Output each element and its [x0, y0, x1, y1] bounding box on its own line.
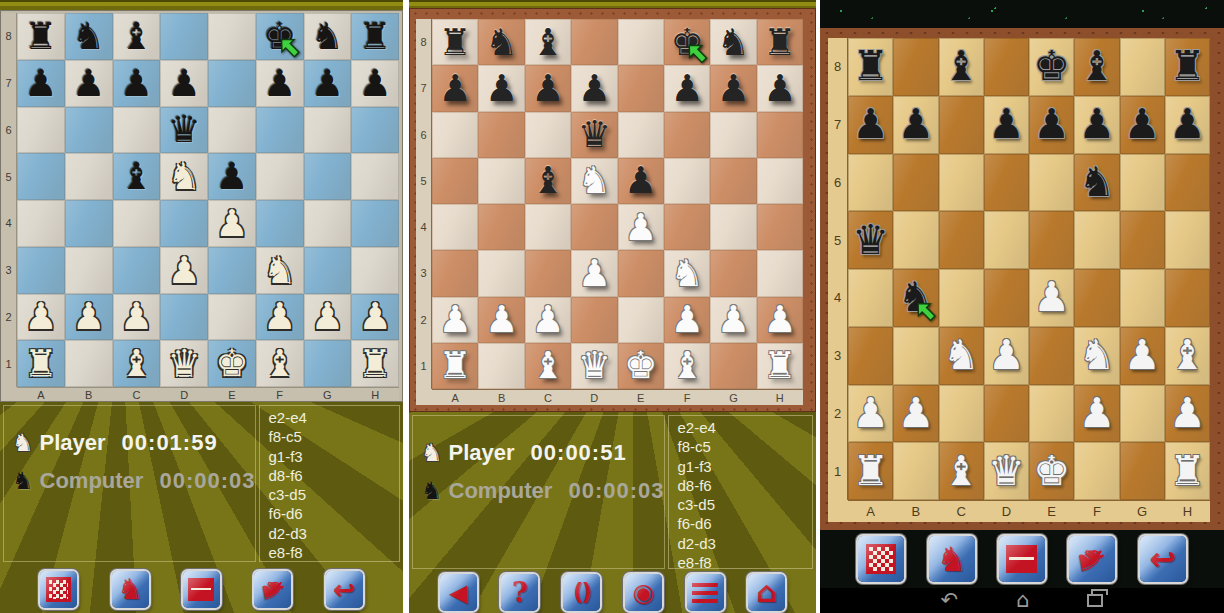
black-king-piece: ♚	[670, 24, 703, 61]
square-c2[interactable]: ♟	[525, 297, 571, 343]
rank-label: 1	[1, 340, 17, 387]
square-e5[interactable]	[1029, 211, 1074, 269]
takeback-icon: ↩	[333, 576, 356, 603]
hint-knight-button[interactable]: ♞	[254, 571, 291, 608]
square-b7[interactable]: ♟	[478, 65, 524, 111]
white-pawn-piece: ♟	[359, 298, 392, 335]
square-c6[interactable]	[113, 107, 161, 154]
black-pawn-piece: ♟	[1033, 104, 1070, 145]
nav-recents-button[interactable]	[1087, 594, 1103, 607]
square-g2[interactable]: ♟	[304, 294, 352, 341]
square-e4[interactable]: ♟	[618, 204, 664, 250]
chess-board-frame: 8♜♞♝♚♞♜7♟♟♟♟♟♟♟6♛5♝♞♟4♟3♟♞2♟♟♟♟♟♟1♜♝♛♚♝♜…	[409, 8, 816, 412]
square-a5[interactable]	[17, 153, 65, 200]
move-entry: d8-f6	[268, 466, 391, 485]
square-g5[interactable]	[1120, 211, 1165, 269]
black-pawn-piece: ♟	[531, 70, 564, 107]
square-d3[interactable]: ♟	[160, 247, 208, 294]
square-f2[interactable]: ♟	[664, 297, 710, 343]
file-label: B	[893, 500, 938, 522]
square-a7[interactable]: ♟	[17, 60, 65, 107]
screenshot-collage: 8♜♞♝♚♞♜7♟♟♟♟♟♟♟6♛5♝♞♟4♟3♟♞2♟♟♟♟♟♟1♜♝♛♚♝♜…	[0, 0, 1224, 613]
square-g7[interactable]: ♟	[710, 65, 756, 111]
file-label: F	[664, 389, 710, 405]
square-f1[interactable]: ♝	[664, 343, 710, 389]
white-pawn-piece: ♟	[624, 209, 657, 246]
square-e3[interactable]	[618, 250, 664, 296]
square-c5[interactable]	[939, 211, 984, 269]
square-f8[interactable]: ♝	[1074, 38, 1119, 96]
square-h6[interactable]	[1165, 154, 1210, 212]
black-rook-piece: ♜	[24, 18, 57, 55]
square-b4[interactable]	[478, 204, 524, 250]
square-f7[interactable]: ♟	[1074, 96, 1119, 154]
square-g6[interactable]	[710, 112, 756, 158]
square-d1[interactable]: ♛	[984, 442, 1029, 500]
square-c3[interactable]	[113, 247, 161, 294]
square-f3[interactable]: ♞	[256, 247, 304, 294]
square-f1[interactable]: ♝	[256, 340, 304, 387]
square-a7[interactable]: ♟	[848, 96, 893, 154]
square-c1[interactable]: ♝	[525, 343, 571, 389]
square-b8[interactable]: ♞	[65, 13, 113, 60]
square-e3[interactable]	[1029, 327, 1074, 385]
game-info-area: ♞ Player 00:00:51 ♞ Computer 00:00:03 e2…	[409, 412, 816, 613]
board-corner	[828, 500, 848, 522]
black-queen-piece: ♛	[852, 220, 889, 261]
square-h3[interactable]: ♝	[1165, 327, 1210, 385]
black-knight-piece: ♞	[897, 277, 934, 318]
square-d2[interactable]	[160, 294, 208, 341]
square-d4[interactable]	[160, 200, 208, 247]
black-pawn-piece: ♟	[439, 70, 472, 107]
white-pawn-piece: ♟	[311, 298, 344, 335]
move-entry: f8-c5	[677, 437, 804, 456]
black-bishop-piece: ♝	[1078, 46, 1115, 87]
nav-back-button[interactable]: ↶	[941, 590, 959, 611]
split-board-button[interactable]	[999, 536, 1045, 582]
square-e6[interactable]	[618, 112, 664, 158]
move-entry: c3-d5	[677, 495, 804, 514]
square-a8[interactable]: ♜	[848, 38, 893, 96]
black-knight-piece: ♞	[1078, 162, 1115, 203]
square-f5[interactable]	[256, 153, 304, 200]
square-c3[interactable]: ♞	[939, 327, 984, 385]
square-c4[interactable]	[113, 200, 161, 247]
square-a3[interactable]	[17, 247, 65, 294]
knight-piece-button[interactable]: ♞	[929, 536, 975, 582]
square-g5[interactable]	[304, 153, 352, 200]
square-b8[interactable]: ♞	[478, 19, 524, 65]
square-d7[interactable]: ♟	[571, 65, 617, 111]
file-label: D	[160, 387, 208, 401]
square-a3[interactable]	[848, 327, 893, 385]
square-b1[interactable]	[478, 343, 524, 389]
square-e7[interactable]	[618, 65, 664, 111]
square-g2[interactable]: ♟	[710, 297, 756, 343]
square-g1[interactable]	[1120, 442, 1165, 500]
move-entry: g1-f3	[677, 457, 804, 476]
back-button[interactable]: ◀	[440, 574, 477, 611]
square-e1[interactable]: ♚	[618, 343, 664, 389]
square-f4[interactable]	[1074, 269, 1119, 327]
square-g8[interactable]: ♞	[710, 19, 756, 65]
square-a6[interactable]	[432, 112, 478, 158]
square-b6[interactable]	[893, 154, 938, 212]
player-clock: 00:01:59	[122, 430, 218, 456]
square-c7[interactable]: ♟	[113, 60, 161, 107]
file-label: F	[1074, 500, 1119, 522]
square-d5[interactable]: ♞	[160, 153, 208, 200]
square-h2[interactable]: ♟	[351, 294, 399, 341]
rank-label: 3	[828, 327, 848, 385]
square-d7[interactable]: ♟	[984, 96, 1029, 154]
square-h2[interactable]: ♟	[757, 297, 803, 343]
square-e1[interactable]: ♚	[208, 340, 256, 387]
nav-home-icon: ⌂	[1016, 590, 1029, 611]
square-e2[interactable]	[1029, 385, 1074, 443]
hint-knight-icon: ♞	[1073, 541, 1113, 578]
square-d4[interactable]	[571, 204, 617, 250]
square-b8[interactable]	[893, 38, 938, 96]
square-d5[interactable]: ♞	[571, 158, 617, 204]
square-h6[interactable]	[351, 107, 399, 154]
home-button[interactable]: ⌂	[748, 574, 785, 611]
square-e8[interactable]: ♚	[1029, 38, 1074, 96]
white-rook-piece: ♜	[439, 347, 472, 384]
computer-clock-row: ♞ Computer 00:00:03	[12, 468, 255, 494]
square-b6[interactable]	[65, 107, 113, 154]
square-f4[interactable]	[256, 200, 304, 247]
square-e4[interactable]: ♟	[1029, 269, 1074, 327]
square-a8[interactable]: ♜	[17, 13, 65, 60]
square-b1[interactable]	[65, 340, 113, 387]
square-d8[interactable]	[984, 38, 1029, 96]
square-d1[interactable]: ♛	[160, 340, 208, 387]
square-h5[interactable]	[1165, 211, 1210, 269]
computer-name: Computer	[40, 468, 144, 494]
rank-label: 5	[1, 153, 17, 200]
file-label: G	[1120, 500, 1165, 522]
square-c4[interactable]	[939, 269, 984, 327]
file-label: G	[710, 389, 756, 405]
square-h8[interactable]: ♜	[757, 19, 803, 65]
black-bishop-piece: ♝	[531, 24, 564, 61]
square-h3[interactable]	[351, 247, 399, 294]
status-strip	[0, 0, 403, 10]
file-label: D	[571, 389, 617, 405]
square-d1[interactable]: ♛	[571, 343, 617, 389]
black-pawn-piece: ♟	[72, 65, 105, 102]
square-f1[interactable]	[1074, 442, 1119, 500]
square-h3[interactable]	[757, 250, 803, 296]
square-g3[interactable]	[304, 247, 352, 294]
square-g7[interactable]: ♟	[304, 60, 352, 107]
hint-knight-button[interactable]: ♞	[1069, 536, 1115, 582]
square-h7[interactable]: ♟	[1165, 96, 1210, 154]
square-f6[interactable]	[256, 107, 304, 154]
white-pawn-piece: ♟	[1169, 393, 1206, 434]
split-board-button[interactable]	[183, 571, 220, 608]
square-g6[interactable]	[304, 107, 352, 154]
square-a1[interactable]: ♜	[17, 340, 65, 387]
knight-piece-icon: ♞	[936, 542, 966, 576]
board-grid-button[interactable]	[858, 536, 904, 582]
move-entry: d8-f6	[677, 476, 804, 495]
square-b2[interactable]: ♟	[893, 385, 938, 443]
square-f7[interactable]: ♟	[256, 60, 304, 107]
chess-board-frame: 8♜♞♝♚♞♜7♟♟♟♟♟♟♟6♛5♝♞♟4♟3♟♞2♟♟♟♟♟♟1♜♝♛♚♝♜…	[0, 10, 403, 402]
square-a6[interactable]	[17, 107, 65, 154]
square-g1[interactable]	[710, 343, 756, 389]
square-h6[interactable]	[757, 112, 803, 158]
white-pawn-piece: ♟	[670, 301, 703, 338]
rank-label: 1	[416, 343, 432, 389]
black-knight-piece: ♞	[717, 24, 750, 61]
square-a2[interactable]: ♟	[17, 294, 65, 341]
square-a5[interactable]: ♛	[848, 211, 893, 269]
move-entry: d2-d3	[268, 524, 391, 543]
square-e8[interactable]	[208, 13, 256, 60]
question-button[interactable]: ?	[501, 574, 538, 611]
square-c2[interactable]	[939, 385, 984, 443]
square-a4[interactable]	[432, 204, 478, 250]
square-e6[interactable]	[1029, 154, 1074, 212]
square-g4[interactable]	[710, 204, 756, 250]
black-pawn-piece: ♟	[1078, 104, 1115, 145]
square-h8[interactable]: ♜	[1165, 38, 1210, 96]
square-e8[interactable]	[618, 19, 664, 65]
square-f5[interactable]	[1074, 211, 1119, 269]
square-d5[interactable]	[984, 211, 1029, 269]
square-b7[interactable]: ♟	[65, 60, 113, 107]
square-g3[interactable]: ♟	[1120, 327, 1165, 385]
black-king-piece: ♚	[1033, 46, 1070, 87]
square-e6[interactable]	[208, 107, 256, 154]
back-icon: ◀	[449, 581, 467, 605]
square-a2[interactable]: ♟	[848, 385, 893, 443]
square-a1[interactable]: ♜	[848, 442, 893, 500]
square-e7[interactable]	[208, 60, 256, 107]
android-navbar: ↶⌂	[820, 588, 1224, 613]
square-e3[interactable]	[208, 247, 256, 294]
square-f2[interactable]: ♟	[256, 294, 304, 341]
square-c2[interactable]: ♟	[113, 294, 161, 341]
square-b1[interactable]	[893, 442, 938, 500]
rank-label: 7	[1, 60, 17, 107]
square-c1[interactable]: ♝	[113, 340, 161, 387]
square-g6[interactable]	[1120, 154, 1165, 212]
square-b5[interactable]	[478, 158, 524, 204]
square-f2[interactable]: ♟	[1074, 385, 1119, 443]
black-pawn-piece: ♟	[852, 104, 889, 145]
square-e2[interactable]	[208, 294, 256, 341]
square-h1[interactable]: ♜	[757, 343, 803, 389]
nav-home-button[interactable]: ⌂	[1016, 590, 1029, 611]
square-c1[interactable]: ♝	[939, 442, 984, 500]
square-d6[interactable]: ♛	[571, 112, 617, 158]
square-b6[interactable]	[478, 112, 524, 158]
square-g1[interactable]	[304, 340, 352, 387]
black-rook-piece: ♜	[763, 24, 796, 61]
square-h1[interactable]: ♜	[351, 340, 399, 387]
white-pawn-piece: ♟	[215, 205, 248, 242]
square-h4[interactable]	[351, 200, 399, 247]
square-a6[interactable]	[848, 154, 893, 212]
square-h5[interactable]	[351, 153, 399, 200]
player-clock-row: ♞ Player 00:00:51	[421, 440, 664, 466]
file-label: F	[256, 387, 304, 401]
white-king-piece: ♚	[215, 345, 248, 382]
takeback-button[interactable]: ↩	[326, 571, 363, 608]
square-c5[interactable]: ♝	[525, 158, 571, 204]
square-d6[interactable]: ♛	[160, 107, 208, 154]
black-bishop-piece: ♝	[943, 46, 980, 87]
square-b5[interactable]	[893, 211, 938, 269]
square-a2[interactable]: ♟	[432, 297, 478, 343]
move-entry: f6-d6	[677, 514, 804, 533]
white-knight-piece: ♞	[168, 158, 201, 195]
square-f6[interactable]: ♞	[1074, 154, 1119, 212]
square-d4[interactable]	[984, 269, 1029, 327]
move-list[interactable]: e2-e4f8-c5g1-f3d8-f6c3-d5f6-d6d2-d3e8-f8	[259, 405, 400, 562]
square-h5[interactable]	[757, 158, 803, 204]
rank-label: 4	[1, 200, 17, 247]
square-d8[interactable]	[160, 13, 208, 60]
square-b5[interactable]	[65, 153, 113, 200]
square-h2[interactable]: ♟	[1165, 385, 1210, 443]
square-f5[interactable]	[664, 158, 710, 204]
square-d7[interactable]: ♟	[160, 60, 208, 107]
takeback-button[interactable]: ↩	[1140, 536, 1186, 582]
panel-middle-orange-theme: 8♜♞♝♚♞♜7♟♟♟♟♟♟♟6♛5♝♞♟4♟3♟♞2♟♟♟♟♟♟1♜♝♛♚♝♜…	[409, 0, 816, 613]
square-g8[interactable]: ♞	[304, 13, 352, 60]
white-pawn-piece: ♟	[717, 301, 750, 338]
square-e4[interactable]: ♟	[208, 200, 256, 247]
file-label: C	[525, 389, 571, 405]
square-h4[interactable]	[1165, 269, 1210, 327]
square-a7[interactable]: ♟	[432, 65, 478, 111]
white-pawn-piece: ♟	[531, 301, 564, 338]
square-d2[interactable]	[984, 385, 1029, 443]
square-d8[interactable]	[571, 19, 617, 65]
knight-piece-icon: ♞	[117, 575, 143, 604]
square-e7[interactable]: ♟	[1029, 96, 1074, 154]
rank-label: 6	[828, 154, 848, 212]
square-b2[interactable]: ♟	[65, 294, 113, 341]
square-h1[interactable]: ♜	[1165, 442, 1210, 500]
chess-board-frame: 8♜♝♚♝♜7♟♟♟♟♟♟♟6♞5♛4♞♟3♞♟♞♟♝2♟♟♟♟1♜♝♛♚♜AB…	[820, 28, 1224, 530]
square-c7[interactable]	[939, 96, 984, 154]
square-c6[interactable]	[525, 112, 571, 158]
square-h8[interactable]: ♜	[351, 13, 399, 60]
split-board-icon	[1006, 545, 1037, 573]
square-f3[interactable]: ♞	[1074, 327, 1119, 385]
panel-left-blue-theme: 8♜♞♝♚♞♜7♟♟♟♟♟♟♟6♛5♝♞♟4♟3♟♞2♟♟♟♟♟♟1♜♝♛♚♝♜…	[0, 0, 403, 613]
black-pawn-piece: ♟	[311, 65, 344, 102]
square-f4[interactable]	[664, 204, 710, 250]
square-a4[interactable]	[848, 269, 893, 327]
square-g4[interactable]	[1120, 269, 1165, 327]
black-bishop-piece: ♝	[531, 162, 564, 199]
square-b3[interactable]	[65, 247, 113, 294]
square-a4[interactable]	[17, 200, 65, 247]
square-f3[interactable]: ♞	[664, 250, 710, 296]
square-b2[interactable]: ♟	[478, 297, 524, 343]
square-c8[interactable]: ♝	[113, 13, 161, 60]
square-g4[interactable]	[304, 200, 352, 247]
status-strip	[409, 0, 816, 8]
knight-piece-button[interactable]: ♞	[112, 571, 149, 608]
computer-clock: 00:00:03	[568, 478, 664, 504]
square-b4[interactable]	[65, 200, 113, 247]
square-h7[interactable]: ♟	[757, 65, 803, 111]
square-f8[interactable]: ♚	[664, 19, 710, 65]
square-c7[interactable]: ♟	[525, 65, 571, 111]
square-g8[interactable]	[1120, 38, 1165, 96]
question-icon: ?	[512, 579, 528, 606]
square-a1[interactable]: ♜	[432, 343, 478, 389]
square-f6[interactable]	[664, 112, 710, 158]
takeback-icon: ↩	[1149, 543, 1176, 575]
square-e1[interactable]: ♚	[1029, 442, 1074, 500]
square-b3[interactable]	[893, 327, 938, 385]
move-list[interactable]: e2-e4f8-c5g1-f3d8-f6c3-d5f6-d6d2-d3e8-f8	[668, 415, 813, 569]
square-d6[interactable]	[984, 154, 1029, 212]
square-c8[interactable]: ♝	[525, 19, 571, 65]
square-e5[interactable]: ♟	[208, 153, 256, 200]
square-a3[interactable]	[432, 250, 478, 296]
square-f8[interactable]: ♚	[256, 13, 304, 60]
square-h4[interactable]	[757, 204, 803, 250]
square-d2[interactable]	[571, 297, 617, 343]
square-c8[interactable]: ♝	[939, 38, 984, 96]
computer-name: Computer	[449, 478, 553, 504]
square-g2[interactable]	[1120, 385, 1165, 443]
black-pawn-piece: ♟	[485, 70, 518, 107]
square-c5[interactable]: ♝	[113, 153, 161, 200]
square-a5[interactable]	[432, 158, 478, 204]
square-e2[interactable]	[618, 297, 664, 343]
white-pawn-piece: ♟	[763, 301, 796, 338]
square-g5[interactable]	[710, 158, 756, 204]
eye-button[interactable]: ◉	[625, 574, 662, 611]
square-g7[interactable]: ♟	[1120, 96, 1165, 154]
square-d3[interactable]: ♟	[984, 327, 1029, 385]
square-b3[interactable]	[478, 250, 524, 296]
square-c3[interactable]	[525, 250, 571, 296]
square-f7[interactable]: ♟	[664, 65, 710, 111]
square-g3[interactable]	[710, 250, 756, 296]
square-b7[interactable]: ♟	[893, 96, 938, 154]
square-b4[interactable]: ♞	[893, 269, 938, 327]
chess-board: 8♜♞♝♚♞♜7♟♟♟♟♟♟♟6♛5♝♞♟4♟3♟♞2♟♟♟♟♟♟1♜♝♛♚♝♜…	[416, 19, 803, 405]
replay-button[interactable]: ()	[563, 574, 600, 611]
square-d3[interactable]: ♟	[571, 250, 617, 296]
board-grid-button[interactable]	[40, 571, 77, 608]
white-bishop-piece: ♝	[531, 347, 564, 384]
square-e5[interactable]: ♟	[618, 158, 664, 204]
square-h7[interactable]: ♟	[351, 60, 399, 107]
rank-label: 6	[416, 112, 432, 158]
square-a8[interactable]: ♜	[432, 19, 478, 65]
square-c4[interactable]	[525, 204, 571, 250]
square-c6[interactable]	[939, 154, 984, 212]
menu-button[interactable]	[687, 574, 724, 611]
black-pawn-piece: ♟	[1169, 104, 1206, 145]
white-pawn-piece: ♟	[72, 298, 105, 335]
black-knight-icon: ♞	[12, 469, 34, 493]
